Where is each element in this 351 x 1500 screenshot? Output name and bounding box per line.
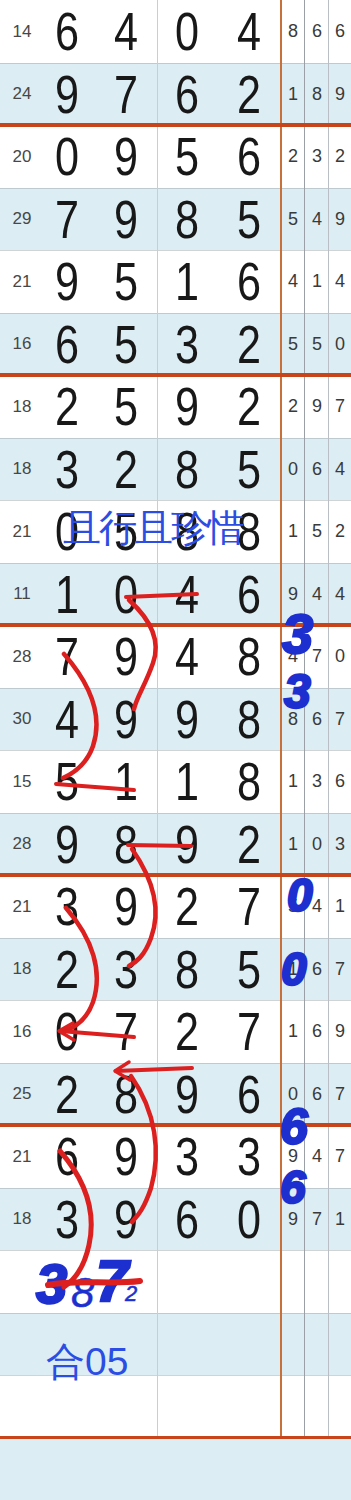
handwritten-blue-digit: 0 xyxy=(287,872,313,918)
handwritten-blue-digit: 6 xyxy=(280,1164,306,1210)
handwritten-blue-digit: 6 xyxy=(280,1102,308,1152)
handwritten-blue-digit: 0 xyxy=(281,946,307,992)
handwritten-blue-digit: 3 xyxy=(284,668,311,716)
lottery-chart-screen: 1464048662497621892009562322979855492195… xyxy=(0,0,351,1500)
blue-handwriting-layer: 3300663782 xyxy=(0,0,351,1500)
handwritten-blue-digit: 8 xyxy=(71,1272,94,1314)
handwritten-blue-digit: 3 xyxy=(36,1256,67,1312)
handwritten-blue-digit: 3 xyxy=(282,606,313,662)
handwritten-blue-digit: 2 xyxy=(125,1283,137,1305)
handwritten-blue-digit: 7 xyxy=(96,1252,128,1310)
